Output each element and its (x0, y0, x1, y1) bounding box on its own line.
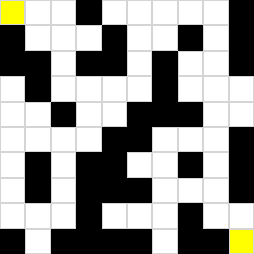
maze-open-cell (51, 25, 76, 50)
maze-open-cell (203, 102, 228, 127)
maze-open-cell (0, 203, 25, 228)
maze-wall-cell (127, 127, 152, 152)
maze-open-cell (203, 76, 228, 101)
maze-open-cell (127, 76, 152, 101)
maze-wall-cell (127, 178, 152, 203)
maze-open-cell (102, 76, 127, 101)
maze-open-cell (25, 102, 50, 127)
maze-open-cell (102, 102, 127, 127)
maze-wall-cell (229, 127, 254, 152)
maze-open-cell (51, 76, 76, 101)
maze-wall-cell (229, 25, 254, 50)
maze-wall-cell (76, 152, 101, 177)
maze-open-cell (178, 178, 203, 203)
maze-open-cell (102, 203, 127, 228)
maze-open-cell (25, 229, 50, 254)
maze-open-cell (152, 127, 177, 152)
maze-wall-cell (76, 0, 101, 25)
maze-wall-cell (229, 152, 254, 177)
maze-open-cell (51, 127, 76, 152)
maze-wall-cell (229, 0, 254, 25)
maze-wall-cell (178, 203, 203, 228)
maze-wall-cell (0, 229, 25, 254)
maze-wall-cell (127, 229, 152, 254)
maze-wall-cell (203, 229, 228, 254)
maze-open-cell (76, 25, 101, 50)
maze-wall-cell (229, 51, 254, 76)
maze-wall-cell (152, 76, 177, 101)
maze-open-cell (178, 51, 203, 76)
maze-open-cell (0, 76, 25, 101)
maze-wall-cell (102, 51, 127, 76)
maze-open-cell (152, 0, 177, 25)
maze-wall-cell (76, 203, 101, 228)
maze-open-cell (127, 152, 152, 177)
maze-open-cell (25, 0, 50, 25)
maze-open-cell (25, 25, 50, 50)
maze-open-cell (51, 51, 76, 76)
maze-open-cell (229, 102, 254, 127)
maze-open-cell (51, 178, 76, 203)
maze-open-cell (152, 229, 177, 254)
maze-open-cell (152, 178, 177, 203)
maze-open-cell (25, 203, 50, 228)
maze-open-cell (152, 203, 177, 228)
maze-wall-cell (102, 229, 127, 254)
maze-open-cell (127, 25, 152, 50)
maze-wall-cell (25, 51, 50, 76)
maze-wall-cell (0, 25, 25, 50)
maze-open-cell (0, 102, 25, 127)
maze-open-cell (203, 25, 228, 50)
maze-open-cell (76, 102, 101, 127)
maze-open-cell (203, 127, 228, 152)
maze-open-cell (229, 76, 254, 101)
maze-start-cell (0, 0, 25, 25)
maze-wall-cell (76, 178, 101, 203)
maze-wall-cell (102, 25, 127, 50)
maze-wall-cell (102, 178, 127, 203)
maze-open-cell (0, 127, 25, 152)
maze-open-cell (127, 203, 152, 228)
maze-wall-cell (0, 51, 25, 76)
maze-wall-cell (102, 127, 127, 152)
maze-open-cell (76, 76, 101, 101)
maze-open-cell (203, 178, 228, 203)
maze-open-cell (51, 152, 76, 177)
maze-wall-cell (178, 102, 203, 127)
maze-board (0, 0, 254, 254)
maze-wall-cell (51, 102, 76, 127)
maze-goal-cell (229, 229, 254, 254)
maze-wall-cell (51, 229, 76, 254)
maze-wall-cell (25, 152, 50, 177)
maze-wall-cell (229, 178, 254, 203)
maze-wall-cell (76, 229, 101, 254)
maze-open-cell (152, 25, 177, 50)
maze-open-cell (127, 0, 152, 25)
maze-open-cell (51, 0, 76, 25)
maze-wall-cell (178, 229, 203, 254)
maze-open-cell (51, 203, 76, 228)
maze-wall-cell (127, 102, 152, 127)
maze-open-cell (25, 127, 50, 152)
maze-wall-cell (178, 152, 203, 177)
maze-open-cell (229, 203, 254, 228)
maze-wall-cell (25, 178, 50, 203)
maze-open-cell (203, 0, 228, 25)
maze-wall-cell (152, 51, 177, 76)
maze-open-cell (203, 203, 228, 228)
maze-open-cell (178, 127, 203, 152)
maze-open-cell (152, 152, 177, 177)
maze-open-cell (0, 152, 25, 177)
maze-open-cell (178, 76, 203, 101)
maze-open-cell (76, 127, 101, 152)
maze-open-cell (203, 51, 228, 76)
maze-open-cell (0, 178, 25, 203)
maze-wall-cell (25, 76, 50, 101)
maze-wall-cell (152, 102, 177, 127)
maze-open-cell (203, 152, 228, 177)
maze-open-cell (178, 0, 203, 25)
maze-wall-cell (76, 51, 101, 76)
maze-open-cell (102, 0, 127, 25)
maze-open-cell (127, 51, 152, 76)
maze-wall-cell (102, 152, 127, 177)
maze-wall-cell (178, 25, 203, 50)
